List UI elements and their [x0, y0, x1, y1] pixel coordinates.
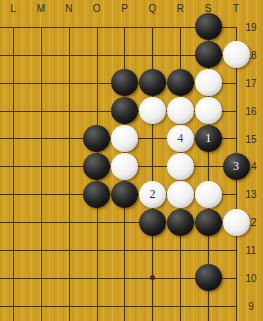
board-point-T13[interactable] — [222, 180, 250, 208]
board-point-N16[interactable] — [55, 97, 83, 125]
board-point-O12[interactable] — [83, 208, 111, 236]
board-point-M17[interactable] — [27, 69, 55, 97]
board-point-Q11[interactable] — [138, 236, 166, 264]
board-point-L9[interactable] — [0, 292, 27, 320]
board-point-L17[interactable] — [0, 69, 27, 97]
board-point-S18[interactable] — [194, 41, 222, 69]
board-point-L15[interactable] — [0, 125, 27, 153]
black-stone-R17 — [167, 69, 194, 96]
board-point-R18[interactable] — [166, 41, 194, 69]
board-point-Q10[interactable] — [138, 264, 166, 292]
black-stone-P13 — [111, 181, 138, 208]
column-label-R: R — [177, 3, 184, 14]
board-point-P9[interactable] — [111, 292, 139, 320]
white-stone-R16 — [167, 97, 194, 124]
board-point-T11[interactable] — [222, 236, 250, 264]
board-point-N18[interactable] — [55, 41, 83, 69]
board-point-R19[interactable] — [166, 13, 194, 41]
board-point-N19[interactable] — [55, 13, 83, 41]
board-point-O18[interactable] — [83, 41, 111, 69]
column-label-S: S — [205, 3, 212, 14]
white-stone-R15: 4 — [167, 125, 194, 152]
column-label-M: M — [37, 3, 45, 14]
board-point-L11[interactable] — [0, 236, 27, 264]
board-point-R15[interactable]: 4 — [166, 125, 194, 153]
board-point-S16[interactable] — [194, 97, 222, 125]
board-point-N13[interactable] — [55, 180, 83, 208]
board-point-P16[interactable] — [111, 97, 139, 125]
board-point-M9[interactable] — [27, 292, 55, 320]
column-label-O: O — [93, 3, 101, 14]
board-point-P10[interactable] — [111, 264, 139, 292]
white-stone-S17 — [195, 69, 222, 96]
black-stone-S18 — [195, 41, 222, 68]
board-point-R10[interactable] — [166, 264, 194, 292]
board-point-T19[interactable] — [222, 13, 250, 41]
board-point-M13[interactable] — [27, 180, 55, 208]
board-point-P19[interactable] — [111, 13, 139, 41]
board-point-R12[interactable] — [166, 208, 194, 236]
board-point-N14[interactable] — [55, 152, 83, 180]
board-point-P11[interactable] — [111, 236, 139, 264]
black-stone-O15 — [83, 125, 110, 152]
board-point-T10[interactable] — [222, 264, 250, 292]
board-point-S13[interactable] — [194, 180, 222, 208]
move-number-label-3: 3 — [233, 160, 239, 172]
move-number-label-2: 2 — [149, 188, 155, 200]
board-point-N9[interactable] — [55, 292, 83, 320]
board-point-S19[interactable] — [194, 13, 222, 41]
white-stone-P14 — [111, 153, 138, 180]
board-point-Q19[interactable] — [138, 13, 166, 41]
board-point-L13[interactable] — [0, 180, 27, 208]
black-stone-T14: 3 — [223, 153, 250, 180]
board-point-P15[interactable] — [111, 125, 139, 153]
column-label-N: N — [65, 3, 72, 14]
white-stone-S13 — [195, 181, 222, 208]
board-point-L18[interactable] — [0, 41, 27, 69]
board-point-O11[interactable] — [83, 236, 111, 264]
white-stone-R13 — [167, 181, 194, 208]
board-point-T16[interactable] — [222, 97, 250, 125]
board-point-L14[interactable] — [0, 152, 27, 180]
board-point-Q9[interactable] — [138, 292, 166, 320]
white-stone-T18 — [223, 41, 250, 68]
board-point-T18[interactable] — [222, 41, 250, 69]
board-point-L19[interactable] — [0, 13, 27, 41]
board-point-O19[interactable] — [83, 13, 111, 41]
board-point-P14[interactable] — [111, 152, 139, 180]
board-point-O15[interactable] — [83, 125, 111, 153]
column-label-T: T — [233, 3, 239, 14]
board-point-M11[interactable] — [27, 236, 55, 264]
board-point-L10[interactable] — [0, 264, 27, 292]
board-point-L12[interactable] — [0, 208, 27, 236]
board-point-O9[interactable] — [83, 292, 111, 320]
board-point-Q18[interactable] — [138, 41, 166, 69]
column-label-Q: Q — [148, 3, 156, 14]
black-stone-S12 — [195, 209, 222, 236]
black-stone-S19 — [195, 13, 222, 40]
board-point-S9[interactable] — [194, 292, 222, 320]
black-stone-S10 — [195, 264, 222, 291]
board-point-R17[interactable] — [166, 69, 194, 97]
white-stone-P15 — [111, 125, 138, 152]
white-stone-S16 — [195, 97, 222, 124]
black-stone-P16 — [111, 97, 138, 124]
board-point-M15[interactable] — [27, 125, 55, 153]
board-point-R13[interactable] — [166, 180, 194, 208]
board-point-O10[interactable] — [83, 264, 111, 292]
board-point-Q16[interactable] — [138, 97, 166, 125]
board-point-Q12[interactable] — [138, 208, 166, 236]
board-point-T15[interactable] — [222, 125, 250, 153]
white-stone-Q16 — [139, 97, 166, 124]
board-point-M16[interactable] — [27, 97, 55, 125]
board-point-M14[interactable] — [27, 152, 55, 180]
move-number-label-1: 1 — [205, 132, 211, 144]
black-stone-R12 — [167, 209, 194, 236]
board-point-Q14[interactable] — [138, 152, 166, 180]
white-stone-R14 — [167, 153, 194, 180]
board-point-S17[interactable] — [194, 69, 222, 97]
black-stone-Q17 — [139, 69, 166, 96]
black-stone-O13 — [83, 181, 110, 208]
board-point-R11[interactable] — [166, 236, 194, 264]
board-point-S14[interactable] — [194, 152, 222, 180]
board-grid: 4132 — [0, 13, 250, 320]
star-point-Q10 — [150, 275, 155, 280]
board-point-O14[interactable] — [83, 152, 111, 180]
board-point-M18[interactable] — [27, 41, 55, 69]
board-point-P18[interactable] — [111, 41, 139, 69]
board-point-P17[interactable] — [111, 69, 139, 97]
white-stone-T12 — [223, 209, 250, 236]
black-stone-S15: 1 — [195, 125, 222, 152]
board-point-P13[interactable] — [111, 180, 139, 208]
board-point-M10[interactable] — [27, 264, 55, 292]
board-point-L16[interactable] — [0, 97, 27, 125]
board-point-T12[interactable] — [222, 208, 250, 236]
go-board-diagram: LMNOPQRST 191817161514131211109 4132 — [0, 0, 263, 321]
board-point-T14[interactable]: 3 — [222, 152, 250, 180]
board-point-N15[interactable] — [55, 125, 83, 153]
column-label-L: L — [10, 3, 16, 14]
board-point-S15[interactable]: 1 — [194, 125, 222, 153]
black-stone-P17 — [111, 69, 138, 96]
board-point-N17[interactable] — [55, 69, 83, 97]
board-point-N11[interactable] — [55, 236, 83, 264]
board-point-T17[interactable] — [222, 69, 250, 97]
board-point-P12[interactable] — [111, 208, 139, 236]
board-point-Q17[interactable] — [138, 69, 166, 97]
board-point-R9[interactable] — [166, 292, 194, 320]
board-point-N12[interactable] — [55, 208, 83, 236]
board-point-T9[interactable] — [222, 292, 250, 320]
black-stone-O14 — [83, 153, 110, 180]
board-point-O16[interactable] — [83, 97, 111, 125]
white-stone-Q13: 2 — [139, 181, 166, 208]
black-stone-Q12 — [139, 209, 166, 236]
board-point-R14[interactable] — [166, 152, 194, 180]
move-number-label-4: 4 — [177, 132, 183, 144]
board-point-S12[interactable] — [194, 208, 222, 236]
column-label-P: P — [121, 3, 128, 14]
board-point-Q13[interactable]: 2 — [138, 180, 166, 208]
board-point-O13[interactable] — [83, 180, 111, 208]
board-point-M12[interactable] — [27, 208, 55, 236]
board-point-S11[interactable] — [194, 236, 222, 264]
board-point-O17[interactable] — [83, 69, 111, 97]
board-point-M19[interactable] — [27, 13, 55, 41]
board-point-R16[interactable] — [166, 97, 194, 125]
board-point-Q15[interactable] — [138, 125, 166, 153]
board-point-N10[interactable] — [55, 264, 83, 292]
board-point-S10[interactable] — [194, 264, 222, 292]
